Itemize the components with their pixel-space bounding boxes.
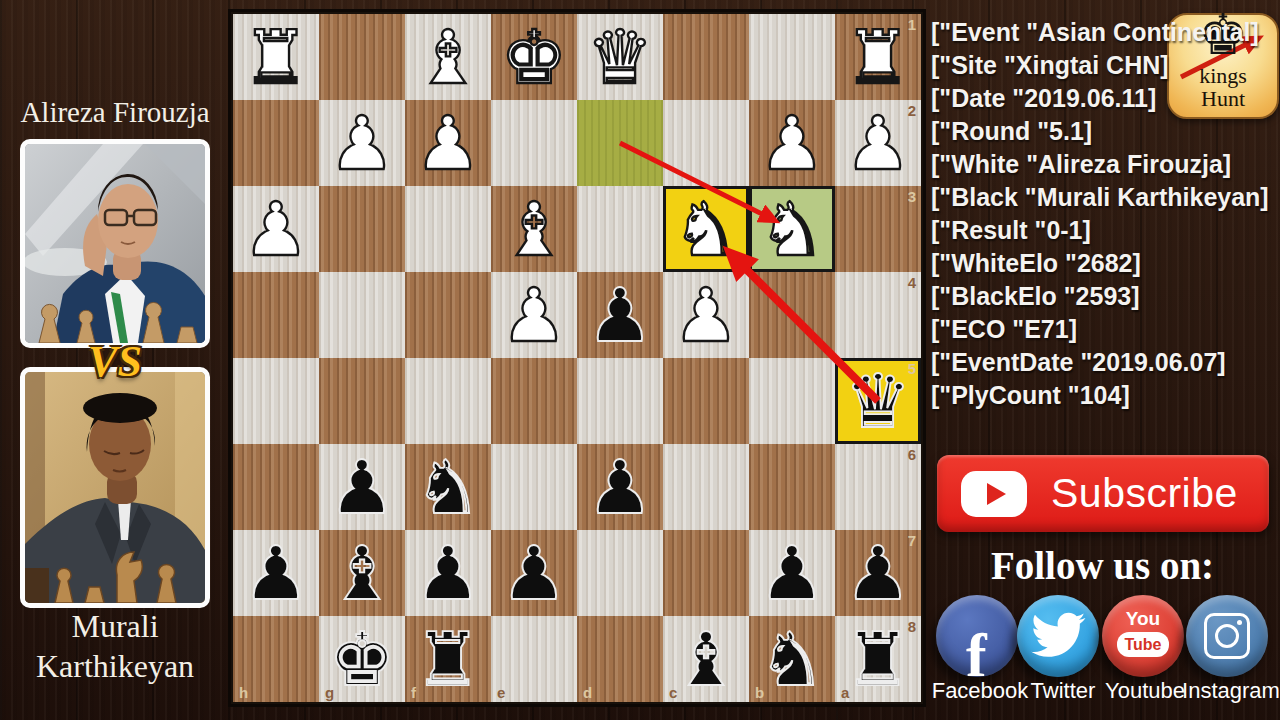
twitter-bird-icon [1029,612,1087,660]
rank-label-7: 7 [908,532,916,549]
square-c6[interactable] [663,444,749,530]
piece-wP-e4[interactable]: ♟ [501,278,567,352]
piece-wP-h3[interactable]: ♟ [243,192,309,266]
rank-label-8: 8 [908,618,916,635]
chess-board[interactable]: ♜♝♚♛♜1♟♟♟♟2♟♝♞♞3♟♟♟4♛5♟♞♟6♟♝♟♟♟♟7h♚g♜fed… [231,12,923,704]
square-f4[interactable] [405,272,491,358]
square-e1[interactable]: ♚ [491,14,577,100]
piece-bP-a7[interactable]: ♟ [845,536,911,610]
piece-bP-d6[interactable]: ♟ [587,450,653,524]
piece-wP-g2[interactable]: ♟ [329,106,395,180]
rank-label-4: 4 [908,274,916,291]
square-a3[interactable]: 3 [835,186,921,272]
square-d7[interactable] [577,530,663,616]
instagram-label: Instagram [1176,678,1280,704]
square-a6[interactable]: 6 [835,444,921,530]
square-g8[interactable]: ♚g [319,616,405,702]
square-a5[interactable]: ♛5 [835,358,921,444]
square-b3[interactable]: ♞ [749,186,835,272]
facebook-f-glyph: f [966,620,987,677]
twitter-icon[interactable] [1017,595,1099,677]
square-d5[interactable] [577,358,663,444]
square-f2[interactable]: ♟ [405,100,491,186]
square-c8[interactable]: ♝c [663,616,749,702]
youtube-you-text: You [1102,608,1184,630]
video-frame: { "game": { "name": "chess", "orientatio… [0,0,1280,720]
file-label-c: c [669,684,677,701]
square-b8[interactable]: ♞b [749,616,835,702]
square-b1[interactable] [749,14,835,100]
square-b5[interactable] [749,358,835,444]
square-c1[interactable] [663,14,749,100]
square-d3[interactable] [577,186,663,272]
rank-label-6: 6 [908,446,916,463]
rank-label-1: 1 [908,16,916,33]
piece-wK-e1[interactable]: ♚ [501,20,567,94]
piece-bP-g6[interactable]: ♟ [329,450,395,524]
file-label-h: h [239,684,248,701]
square-g6[interactable]: ♟ [319,444,405,530]
pgn-tag-line: ["PlyCount "104] [931,379,1269,412]
subscribe-label: Subscribe [1051,470,1238,517]
file-label-g: g [325,684,334,701]
square-h3[interactable]: ♟ [233,186,319,272]
rank-label-2: 2 [908,102,916,119]
pgn-tag-line: ["BlackElo "2593] [931,280,1269,313]
square-d4[interactable]: ♟ [577,272,663,358]
square-d1[interactable]: ♛ [577,14,663,100]
piece-wP-f2[interactable]: ♟ [415,106,481,180]
square-g1[interactable] [319,14,405,100]
square-h2[interactable] [233,100,319,186]
file-label-b: b [755,684,764,701]
subscribe-button[interactable]: Subscribe [937,455,1269,532]
piece-wR-a1[interactable]: ♜ [845,20,911,94]
square-h1[interactable]: ♜ [233,14,319,100]
file-label-f: f [411,684,416,701]
piece-bB-c8[interactable]: ♝ [673,622,739,696]
facebook-icon[interactable]: f [936,595,1018,677]
square-b6[interactable] [749,444,835,530]
piece-bQ-a5[interactable]: ♛ [845,364,911,438]
square-c2[interactable] [663,100,749,186]
pgn-tag-line: ["Event "Asian Continental] [931,16,1269,49]
square-c3[interactable]: ♞ [663,186,749,272]
square-a8[interactable]: ♜8a [835,616,921,702]
piece-wB-f1[interactable]: ♝ [415,20,481,94]
square-e5[interactable] [491,358,577,444]
file-label-a: a [841,684,849,701]
square-h5[interactable] [233,358,319,444]
piece-wR-h1[interactable]: ♜ [243,20,309,94]
youtube-icon[interactable]: You Tube [1102,595,1184,677]
square-g3[interactable] [319,186,405,272]
piece-wN-b3[interactable]: ♞ [759,192,825,266]
piece-bP-h7[interactable]: ♟ [243,536,309,610]
piece-wP-c4[interactable]: ♟ [673,278,739,352]
square-e6[interactable] [491,444,577,530]
square-h6[interactable] [233,444,319,530]
black-player-portrait-illustration [25,372,205,603]
square-h8[interactable]: h [233,616,319,702]
square-b7[interactable]: ♟ [749,530,835,616]
youtube-tube-badge: Tube [1117,632,1169,657]
pgn-tag-line: ["EventDate "2019.06.07] [931,346,1269,379]
square-c7[interactable] [663,530,749,616]
piece-wP-b2[interactable]: ♟ [759,106,825,180]
square-c5[interactable] [663,358,749,444]
square-f1[interactable]: ♝ [405,14,491,100]
vs-label: VS [0,336,230,387]
rank-label-3: 3 [908,188,916,205]
pgn-tag-line: ["Round "5.1] [931,115,1269,148]
square-d8[interactable]: d [577,616,663,702]
file-label-e: e [497,684,505,701]
square-e4[interactable]: ♟ [491,272,577,358]
piece-wB-e3[interactable]: ♝ [501,192,567,266]
black-player-name-line1: Murali [0,608,230,645]
piece-bN-f6[interactable]: ♞ [415,450,481,524]
instagram-lens-icon [1215,624,1239,648]
piece-bR-f8[interactable]: ♜ [415,622,481,696]
square-d6[interactable]: ♟ [577,444,663,530]
square-f3[interactable] [405,186,491,272]
instagram-icon[interactable] [1186,595,1268,677]
pgn-tag-line: ["Date "2019.06.11] [931,82,1269,115]
square-f6[interactable]: ♞ [405,444,491,530]
piece-bK-g8[interactable]: ♚ [329,622,395,696]
piece-wN-c3[interactable]: ♞ [673,192,739,266]
pgn-tag-line: ["White "Alireza Firouzja] [931,148,1269,181]
square-g5[interactable] [319,358,405,444]
black-player-name-line2: Karthikeyan [0,648,230,685]
black-player-photo [20,367,210,608]
white-player-photo [20,139,210,348]
piece-bB-g7[interactable]: ♝ [329,536,395,610]
square-d2[interactable] [577,100,663,186]
pgn-tag-line: ["Site "Xingtai CHN] [931,49,1269,82]
square-h4[interactable] [233,272,319,358]
square-e8[interactable]: e [491,616,577,702]
piece-bR-a8[interactable]: ♜ [845,622,911,696]
file-label-d: d [583,684,592,701]
youtube-play-icon [961,471,1027,517]
pgn-tag-line: ["Black "Murali Karthikeyan] [931,181,1269,214]
piece-bP-b7[interactable]: ♟ [759,536,825,610]
piece-bP-e7[interactable]: ♟ [501,536,567,610]
piece-bP-d4[interactable]: ♟ [587,278,653,352]
square-f8[interactable]: ♜f [405,616,491,702]
square-a4[interactable]: 4 [835,272,921,358]
rank-label-5: 5 [908,360,916,377]
square-g2[interactable]: ♟ [319,100,405,186]
follow-us-heading: Follow us on: [925,543,1280,588]
square-h7[interactable]: ♟ [233,530,319,616]
square-a7[interactable]: ♟7 [835,530,921,616]
square-e2[interactable] [491,100,577,186]
square-c4[interactable]: ♟ [663,272,749,358]
square-a2[interactable]: ♟2 [835,100,921,186]
pgn-tag-line: ["Result "0-1] [931,214,1269,247]
pgn-tag-line: ["WhiteElo "2682] [931,247,1269,280]
white-player-portrait-illustration [25,144,205,343]
pgn-tag-list: ["Event "Asian Continental]["Site "Xingt… [931,16,1269,412]
play-triangle-icon [987,483,1006,505]
square-g4[interactable] [319,272,405,358]
square-e3[interactable]: ♝ [491,186,577,272]
square-b2[interactable]: ♟ [749,100,835,186]
square-b4[interactable] [749,272,835,358]
square-e7[interactable]: ♟ [491,530,577,616]
piece-wP-a2[interactable]: ♟ [845,106,911,180]
piece-wQ-d1[interactable]: ♛ [587,20,653,94]
piece-bP-f7[interactable]: ♟ [415,536,481,610]
square-a1[interactable]: ♜1 [835,14,921,100]
white-player-name: Alireza Firouzja [0,96,230,129]
square-f5[interactable] [405,358,491,444]
piece-bN-b8[interactable]: ♞ [759,622,825,696]
square-f7[interactable]: ♟ [405,530,491,616]
square-g7[interactable]: ♝ [319,530,405,616]
pgn-tag-line: ["ECO "E71] [931,313,1269,346]
